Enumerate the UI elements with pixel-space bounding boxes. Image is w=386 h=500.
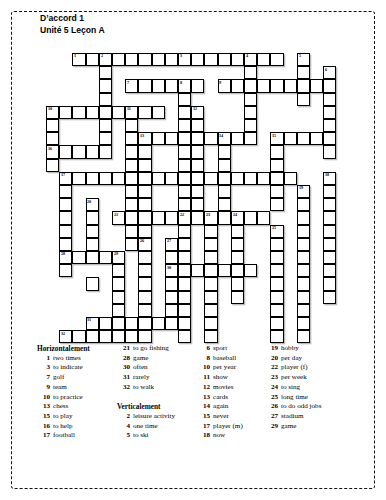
grid-cell[interactable]: 5 — [297, 53, 310, 66]
grid-cell[interactable] — [270, 264, 283, 277]
grid-cell[interactable] — [231, 225, 244, 238]
grid-cell[interactable] — [218, 145, 231, 158]
grid-cell[interactable] — [99, 145, 112, 158]
clue-number: 4 — [116, 422, 130, 430]
grid-cell[interactable] — [323, 251, 336, 264]
grid-cell[interactable] — [165, 304, 178, 317]
grid-cell[interactable] — [152, 211, 165, 224]
grid-cell[interactable] — [231, 291, 244, 304]
grid-cell[interactable] — [86, 330, 99, 343]
grid-cell[interactable] — [138, 79, 151, 92]
grid-cell[interactable] — [204, 264, 217, 277]
grid-cell[interactable] — [138, 145, 151, 158]
grid-cell[interactable] — [59, 106, 72, 119]
grid-cell[interactable] — [59, 145, 72, 158]
grid-cell[interactable] — [270, 317, 283, 330]
grid-cell[interactable]: 25 — [270, 225, 283, 238]
grid-cell[interactable]: 14 — [218, 132, 231, 145]
grid-cell[interactable]: 17 — [59, 172, 72, 185]
grid-cell[interactable] — [270, 277, 283, 290]
clue-number-label: 1 — [74, 53, 76, 57]
grid-cell[interactable]: 26 — [138, 238, 151, 251]
grid-cell[interactable] — [99, 172, 112, 185]
grid-cell[interactable] — [231, 251, 244, 264]
clue-text: never — [213, 412, 229, 420]
grid-cell[interactable] — [152, 79, 165, 92]
clue-text: to walk — [133, 383, 154, 391]
clue-text: football — [53, 431, 75, 439]
grid-cell[interactable] — [297, 304, 310, 317]
grid-cell[interactable] — [297, 330, 310, 343]
grid-cell[interactable] — [86, 53, 99, 66]
grid-cell[interactable] — [178, 238, 191, 251]
grid-cell[interactable] — [231, 264, 244, 277]
grid-cell[interactable]: 2 — [99, 53, 112, 66]
clue-number-label: 6 — [325, 67, 327, 71]
grid-cell[interactable] — [270, 291, 283, 304]
clue-text: team — [53, 383, 67, 391]
grid-cell[interactable] — [138, 304, 151, 317]
clue-number-label: 25 — [272, 225, 276, 229]
grid-cell[interactable] — [112, 53, 125, 66]
grid-cell[interactable] — [323, 145, 336, 158]
grid-cell[interactable] — [99, 79, 112, 92]
grid-cell[interactable] — [270, 145, 283, 158]
grid-cell[interactable] — [138, 53, 151, 66]
clue-number: 17 — [196, 422, 210, 430]
clue-list-header: Verticalement — [117, 402, 161, 411]
clue-number-label: 31 — [87, 317, 91, 321]
grid-cell[interactable] — [138, 106, 151, 119]
grid-cell[interactable] — [244, 66, 257, 79]
grid-cell[interactable]: 22 — [178, 211, 191, 224]
grid-cell[interactable] — [178, 172, 191, 185]
grid-cell[interactable] — [178, 198, 191, 211]
grid-cell[interactable] — [138, 185, 151, 198]
grid-cell[interactable] — [244, 119, 257, 132]
grid-cell[interactable] — [270, 53, 283, 66]
grid-cell[interactable] — [138, 251, 151, 264]
grid-cell[interactable] — [138, 264, 151, 277]
grid-cell[interactable] — [86, 211, 99, 224]
grid-cell[interactable] — [72, 172, 85, 185]
clue-text: to help — [53, 422, 73, 430]
grid-cell[interactable] — [112, 304, 125, 317]
grid-cell[interactable] — [59, 264, 72, 277]
grid-cell[interactable] — [86, 145, 99, 158]
clue-number: 27 — [264, 412, 278, 420]
grid-cell[interactable] — [204, 172, 217, 185]
grid-cell[interactable]: 3 — [178, 53, 191, 66]
grid-cell[interactable] — [204, 277, 217, 290]
clue-text: rarely — [133, 373, 150, 381]
grid-cell[interactable] — [191, 132, 204, 145]
grid-cell[interactable] — [244, 106, 257, 119]
grid-cell[interactable] — [72, 330, 85, 343]
grid-cell[interactable] — [284, 172, 297, 185]
grid-cell[interactable]: 11 — [125, 106, 138, 119]
clue-number-label: 7 — [127, 80, 129, 84]
grid-cell[interactable] — [178, 106, 191, 119]
grid-cell[interactable] — [257, 53, 270, 66]
grid-cell[interactable] — [99, 317, 112, 330]
grid-cell[interactable] — [323, 106, 336, 119]
grid-cell[interactable] — [165, 172, 178, 185]
grid-cell[interactable] — [323, 211, 336, 224]
clue-text: to do odd jobs — [281, 402, 321, 410]
grid-cell[interactable]: 18 — [323, 172, 336, 185]
clue-number-label: 22 — [180, 212, 184, 216]
grid-cell[interactable] — [323, 238, 336, 251]
grid-cell[interactable] — [125, 145, 138, 158]
grid-cell[interactable] — [257, 211, 270, 224]
grid-cell[interactable] — [125, 238, 138, 251]
grid-cell[interactable] — [244, 79, 257, 92]
grid-cell[interactable] — [165, 132, 178, 145]
grid-cell[interactable] — [125, 159, 138, 172]
grid-cell[interactable] — [138, 159, 151, 172]
grid-cell[interactable] — [178, 291, 191, 304]
grid-cell[interactable] — [46, 132, 59, 145]
grid-cell[interactable] — [112, 330, 125, 343]
grid-cell[interactable]: 27 — [165, 238, 178, 251]
grid-cell[interactable]: 28 — [59, 251, 72, 264]
clue-number: 31 — [116, 373, 130, 381]
grid-cell[interactable] — [297, 132, 310, 145]
grid-cell[interactable] — [86, 172, 99, 185]
grid-cell[interactable]: 15 — [270, 132, 283, 145]
grid-cell[interactable]: 7 — [125, 79, 138, 92]
clue-number: 12 — [196, 383, 210, 391]
grid-cell[interactable]: 32 — [59, 330, 72, 343]
clue-text: hobby — [281, 344, 299, 352]
grid-cell[interactable] — [99, 106, 112, 119]
grid-cell[interactable] — [72, 145, 85, 158]
grid-cell[interactable] — [218, 211, 231, 224]
grid-cell[interactable] — [191, 198, 204, 211]
grid-cell[interactable] — [152, 172, 165, 185]
grid-cell[interactable] — [59, 225, 72, 238]
grid-cell[interactable]: 6 — [323, 66, 336, 79]
grid-cell[interactable] — [257, 79, 270, 92]
grid-cell[interactable] — [191, 185, 204, 198]
clue-text: often — [133, 363, 148, 371]
clue-text: movies — [213, 383, 234, 391]
grid-cell[interactable] — [165, 211, 178, 224]
grid-cell[interactable] — [86, 238, 99, 251]
clue-text: leisure activity — [133, 412, 175, 420]
grid-cell[interactable] — [297, 317, 310, 330]
grid-cell[interactable] — [231, 172, 244, 185]
grid-cell[interactable] — [112, 106, 125, 119]
grid-cell[interactable] — [244, 211, 257, 224]
grid-cell[interactable]: 24 — [231, 211, 244, 224]
grid-cell[interactable] — [112, 291, 125, 304]
grid-cell[interactable] — [125, 211, 138, 224]
grid-cell[interactable] — [59, 185, 72, 198]
grid-cell[interactable] — [125, 119, 138, 132]
grid-cell[interactable] — [297, 251, 310, 264]
grid-cell[interactable] — [125, 317, 138, 330]
grid-cell[interactable] — [231, 238, 244, 251]
grid-cell[interactable] — [138, 225, 151, 238]
grid-cell[interactable] — [59, 238, 72, 251]
grid-cell[interactable] — [125, 53, 138, 66]
clue-number: 5 — [116, 431, 130, 439]
grid-cell[interactable] — [257, 172, 270, 185]
grid-cell[interactable]: 12 — [191, 106, 204, 119]
grid-cell[interactable] — [125, 132, 138, 145]
grid-cell[interactable] — [59, 198, 72, 211]
grid-cell[interactable] — [297, 264, 310, 277]
grid-cell[interactable] — [191, 264, 204, 277]
grid-cell[interactable] — [218, 172, 231, 185]
grid-cell[interactable] — [323, 198, 336, 211]
grid-cell[interactable] — [191, 119, 204, 132]
grid-cell[interactable]: 31 — [86, 317, 99, 330]
grid-cell[interactable] — [178, 132, 191, 145]
grid-cell[interactable] — [178, 277, 191, 290]
grid-cell[interactable] — [297, 277, 310, 290]
grid-cell[interactable] — [297, 291, 310, 304]
grid-cell[interactable] — [270, 251, 283, 264]
grid-cell[interactable] — [231, 277, 244, 290]
grid-cell[interactable] — [244, 132, 257, 145]
grid-cell[interactable] — [270, 185, 283, 198]
grid-cell[interactable] — [218, 198, 231, 211]
grid-cell[interactable] — [204, 132, 217, 145]
grid-cell[interactable] — [270, 198, 283, 211]
grid-cell[interactable] — [244, 264, 257, 277]
clue-number-label: 19 — [299, 185, 303, 189]
grid-cell[interactable] — [218, 264, 231, 277]
clue-number: 14 — [196, 402, 210, 410]
grid-cell[interactable] — [178, 330, 191, 343]
grid-cell[interactable] — [152, 106, 165, 119]
grid-cell[interactable] — [125, 185, 138, 198]
grid-cell[interactable] — [99, 330, 112, 343]
grid-cell[interactable] — [204, 291, 217, 304]
grid-cell[interactable] — [165, 251, 178, 264]
grid-cell[interactable]: 20 — [86, 198, 99, 211]
grid-cell[interactable] — [323, 93, 336, 106]
clue-text: golf — [53, 373, 64, 381]
clue-number: 3 — [36, 363, 50, 371]
grid-cell[interactable] — [323, 132, 336, 145]
grid-cell[interactable] — [178, 251, 191, 264]
clue-text: stadium — [281, 412, 303, 420]
grid-cell[interactable] — [323, 264, 336, 277]
grid-cell[interactable] — [99, 119, 112, 132]
grid-cell[interactable] — [178, 93, 191, 106]
grid-cell[interactable] — [125, 172, 138, 185]
clue-number: 2 — [116, 412, 130, 420]
grid-cell[interactable] — [178, 225, 191, 238]
clue-number: 26 — [264, 402, 278, 410]
clue-number: 32 — [116, 383, 130, 391]
grid-cell[interactable] — [323, 291, 336, 304]
grid-cell[interactable] — [204, 317, 217, 330]
grid-cell[interactable] — [138, 330, 151, 343]
grid-cell[interactable] — [178, 159, 191, 172]
grid-cell[interactable] — [231, 79, 244, 92]
clue-number-label: 24 — [233, 212, 237, 216]
grid-cell[interactable] — [191, 211, 204, 224]
grid-cell[interactable] — [297, 66, 310, 79]
clue-number: 16 — [36, 422, 50, 430]
grid-cell[interactable] — [191, 159, 204, 172]
grid-cell[interactable] — [297, 238, 310, 251]
grid-cell[interactable] — [297, 198, 310, 211]
grid-cell[interactable]: 1 — [72, 53, 85, 66]
grid-cell[interactable] — [323, 225, 336, 238]
grid-cell[interactable] — [178, 185, 191, 198]
grid-cell[interactable] — [297, 93, 310, 106]
grid-cell[interactable] — [99, 132, 112, 145]
clue-text: player (f) — [281, 363, 308, 371]
grid-cell[interactable] — [231, 53, 244, 66]
grid-cell[interactable] — [323, 277, 336, 290]
grid-cell[interactable] — [178, 119, 191, 132]
grid-cell[interactable] — [152, 317, 165, 330]
clue-number-label: 15 — [272, 133, 276, 137]
grid-cell[interactable] — [244, 93, 257, 106]
grid-cell[interactable] — [86, 225, 99, 238]
grid-cell[interactable] — [191, 53, 204, 66]
grid-cell[interactable] — [165, 53, 178, 66]
grid-cell[interactable] — [310, 132, 323, 145]
grid-cell[interactable] — [323, 185, 336, 198]
worksheet-title: D’accord 1 — [40, 13, 105, 25]
grid-cell[interactable] — [125, 225, 138, 238]
grid-cell[interactable]: 8 — [178, 79, 191, 92]
grid-cell[interactable] — [112, 264, 125, 277]
clue-number-label: 29 — [114, 251, 118, 255]
grid-cell[interactable] — [86, 106, 99, 119]
grid-cell[interactable] — [59, 211, 72, 224]
grid-cell[interactable] — [297, 211, 310, 224]
grid-cell[interactable] — [218, 185, 231, 198]
grid-cell[interactable] — [218, 53, 231, 66]
grid-cell[interactable] — [191, 79, 204, 92]
clue-number: 6 — [196, 344, 210, 352]
grid-cell[interactable] — [165, 291, 178, 304]
grid-cell[interactable]: 29 — [112, 251, 125, 264]
grid-cell[interactable] — [284, 132, 297, 145]
grid-cell[interactable] — [112, 172, 125, 185]
grid-cell[interactable] — [112, 277, 125, 290]
grid-cell[interactable]: 9 — [218, 79, 231, 92]
grid-cell[interactable]: 13 — [138, 132, 151, 145]
grid-cell[interactable] — [165, 277, 178, 290]
clue-number: 10 — [196, 363, 210, 371]
grid-cell[interactable] — [204, 251, 217, 264]
grid-cell[interactable] — [284, 79, 297, 92]
grid-cell[interactable] — [297, 225, 310, 238]
clue-number: 15 — [36, 412, 50, 420]
grid-cell[interactable] — [138, 211, 151, 224]
grid-cell[interactable]: 23 — [204, 211, 217, 224]
grid-cell[interactable] — [86, 251, 99, 264]
grid-cell[interactable] — [138, 291, 151, 304]
grid-cell[interactable]: 21 — [112, 211, 125, 224]
grid-cell[interactable] — [125, 330, 138, 343]
clue-text: to practice — [53, 393, 83, 401]
clue-number: 19 — [264, 344, 278, 352]
title-block: D’accord 1 Unité 5 Leçon A — [40, 13, 105, 36]
clue-text: now — [213, 431, 225, 439]
grid-cell[interactable] — [72, 251, 85, 264]
grid-cell[interactable]: 30 — [165, 264, 178, 277]
grid-cell[interactable] — [204, 304, 217, 317]
grid-cell[interactable]: 19 — [297, 185, 310, 198]
grid-cell[interactable] — [165, 317, 178, 330]
grid-cell[interactable] — [86, 277, 99, 290]
grid-cell[interactable] — [138, 172, 151, 185]
grid-cell[interactable] — [218, 159, 231, 172]
grid-cell[interactable] — [46, 119, 59, 132]
grid-cell[interactable] — [323, 119, 336, 132]
clue-number: 13 — [196, 393, 210, 401]
clue-number-label: 18 — [325, 172, 329, 176]
grid-cell[interactable] — [270, 159, 283, 172]
grid-cell[interactable] — [152, 132, 165, 145]
grid-cell[interactable]: 16 — [46, 145, 59, 158]
grid-cell[interactable] — [178, 264, 191, 277]
grid-cell[interactable] — [138, 277, 151, 290]
grid-cell[interactable] — [99, 93, 112, 106]
clue-number: 18 — [196, 431, 210, 439]
grid-cell[interactable] — [165, 79, 178, 92]
clue-number-label: 13 — [140, 133, 144, 137]
grid-cell[interactable] — [270, 304, 283, 317]
grid-cell[interactable] — [125, 198, 138, 211]
grid-cell[interactable] — [297, 79, 310, 92]
grid-cell[interactable] — [191, 145, 204, 158]
clue-number: 8 — [196, 354, 210, 362]
grid-cell[interactable] — [323, 79, 336, 92]
grid-cell[interactable] — [204, 238, 217, 251]
clue-number: 23 — [264, 373, 278, 381]
grid-cell[interactable] — [204, 330, 217, 343]
grid-cell[interactable] — [138, 198, 151, 211]
grid-cell[interactable] — [231, 132, 244, 145]
grid-cell[interactable]: 4 — [244, 53, 257, 66]
grid-cell[interactable] — [178, 304, 191, 317]
grid-cell[interactable] — [152, 53, 165, 66]
grid-cell[interactable] — [310, 79, 323, 92]
grid-cell[interactable] — [270, 330, 283, 343]
clue-number-label: 23 — [206, 212, 210, 216]
grid-cell[interactable] — [178, 317, 191, 330]
grid-cell[interactable] — [270, 172, 283, 185]
grid-cell[interactable] — [46, 159, 59, 172]
grid-cell[interactable]: 10 — [46, 106, 59, 119]
grid-cell[interactable] — [138, 317, 151, 330]
grid-cell[interactable] — [204, 225, 217, 238]
grid-cell[interactable] — [99, 251, 112, 264]
grid-cell[interactable] — [99, 66, 112, 79]
clue-text: sport — [213, 344, 227, 352]
grid-cell[interactable] — [191, 172, 204, 185]
grid-cell[interactable] — [204, 53, 217, 66]
grid-cell[interactable] — [72, 106, 85, 119]
grid-cell[interactable] — [270, 238, 283, 251]
grid-cell[interactable] — [244, 172, 257, 185]
grid-cell[interactable] — [178, 145, 191, 158]
grid-cell[interactable] — [112, 317, 125, 330]
grid-cell[interactable] — [270, 79, 283, 92]
